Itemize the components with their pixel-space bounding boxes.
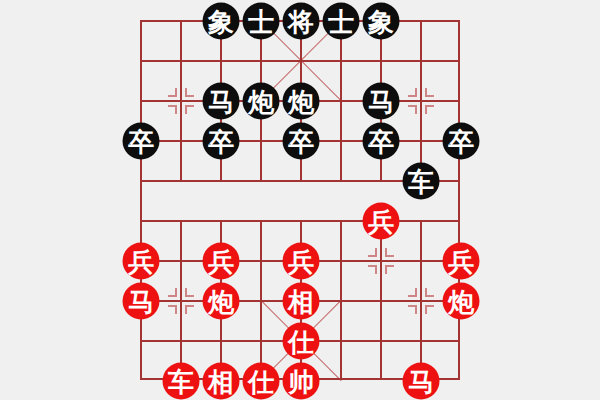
marker-arm xyxy=(408,105,417,114)
marker-arm xyxy=(185,88,194,97)
piece-red-elephant[interactable]: 相 xyxy=(283,283,320,320)
piece-black-cannon[interactable]: 炮 xyxy=(243,83,280,120)
piece-black-advisor[interactable]: 士 xyxy=(243,3,280,40)
piece-black-soldier[interactable]: 卒 xyxy=(123,123,160,160)
piece-red-soldier[interactable]: 兵 xyxy=(363,203,400,240)
board-cell xyxy=(220,180,260,220)
piece-black-horse[interactable]: 马 xyxy=(363,83,400,120)
board-cell xyxy=(300,180,340,220)
marker-arm xyxy=(368,265,377,274)
board-cell xyxy=(140,20,180,60)
piece-red-elephant[interactable]: 相 xyxy=(203,363,240,400)
piece-red-chariot[interactable]: 车 xyxy=(163,363,200,400)
piece-black-soldier[interactable]: 卒 xyxy=(363,123,400,160)
piece-black-horse[interactable]: 马 xyxy=(203,83,240,120)
marker-arm xyxy=(185,288,194,297)
piece-red-soldier[interactable]: 兵 xyxy=(123,243,160,280)
marker-arm xyxy=(168,88,177,97)
marker-arm xyxy=(425,105,434,114)
xiangqi-board: 象士将士象马炮炮马卒卒卒卒卒车兵兵兵兵兵马炮相炮仕车相仕帅马 xyxy=(0,0,600,400)
piece-black-general[interactable]: 将 xyxy=(283,3,320,40)
board-cell xyxy=(340,340,380,380)
piece-black-chariot[interactable]: 车 xyxy=(403,163,440,200)
board-cell xyxy=(140,180,180,220)
piece-red-advisor[interactable]: 仕 xyxy=(283,323,320,360)
piece-black-advisor[interactable]: 士 xyxy=(323,3,360,40)
piece-red-cannon[interactable]: 炮 xyxy=(203,283,240,320)
piece-black-soldier[interactable]: 卒 xyxy=(283,123,320,160)
point-marker xyxy=(368,248,394,274)
marker-arm xyxy=(168,305,177,314)
point-marker xyxy=(168,288,194,314)
piece-red-horse[interactable]: 马 xyxy=(403,363,440,400)
marker-arm xyxy=(385,265,394,274)
piece-red-advisor[interactable]: 仕 xyxy=(243,363,280,400)
piece-black-elephant[interactable]: 象 xyxy=(363,3,400,40)
marker-arm xyxy=(408,305,417,314)
piece-black-soldier[interactable]: 卒 xyxy=(203,123,240,160)
marker-arm xyxy=(385,248,394,257)
marker-arm xyxy=(425,288,434,297)
piece-red-soldier[interactable]: 兵 xyxy=(443,243,480,280)
board-cell xyxy=(260,180,300,220)
point-marker xyxy=(168,88,194,114)
piece-red-general[interactable]: 帅 xyxy=(283,363,320,400)
piece-black-elephant[interactable]: 象 xyxy=(203,3,240,40)
piece-red-cannon[interactable]: 炮 xyxy=(443,283,480,320)
piece-red-horse[interactable]: 马 xyxy=(123,283,160,320)
piece-red-soldier[interactable]: 兵 xyxy=(283,243,320,280)
marker-arm xyxy=(425,305,434,314)
piece-black-cannon[interactable]: 炮 xyxy=(283,83,320,120)
marker-arm xyxy=(168,288,177,297)
piece-red-soldier[interactable]: 兵 xyxy=(203,243,240,280)
marker-arm xyxy=(408,288,417,297)
marker-arm xyxy=(425,88,434,97)
marker-arm xyxy=(185,105,194,114)
marker-arm xyxy=(368,248,377,257)
marker-arm xyxy=(168,105,177,114)
point-marker xyxy=(408,88,434,114)
piece-black-soldier[interactable]: 卒 xyxy=(443,123,480,160)
board-cell xyxy=(180,180,220,220)
board-cell xyxy=(420,20,460,60)
board-cell xyxy=(340,300,380,340)
marker-arm xyxy=(185,305,194,314)
marker-arm xyxy=(408,88,417,97)
point-marker xyxy=(408,288,434,314)
